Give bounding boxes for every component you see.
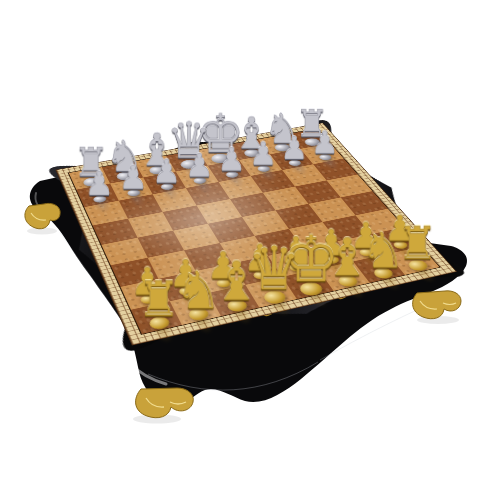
piece-gold-rook-a1[interactable]: ♜ [113, 226, 205, 322]
product-photo: ♜♞♝♛♚♝♞♜♟♟♟♟♟♟♟♟♟♟♟♟♟♟♟♟♜♞♝♛♚♝♞♜ [0, 0, 500, 500]
gold-foot-front-right [413, 291, 461, 319]
gold-foot-front-left [136, 388, 194, 418]
